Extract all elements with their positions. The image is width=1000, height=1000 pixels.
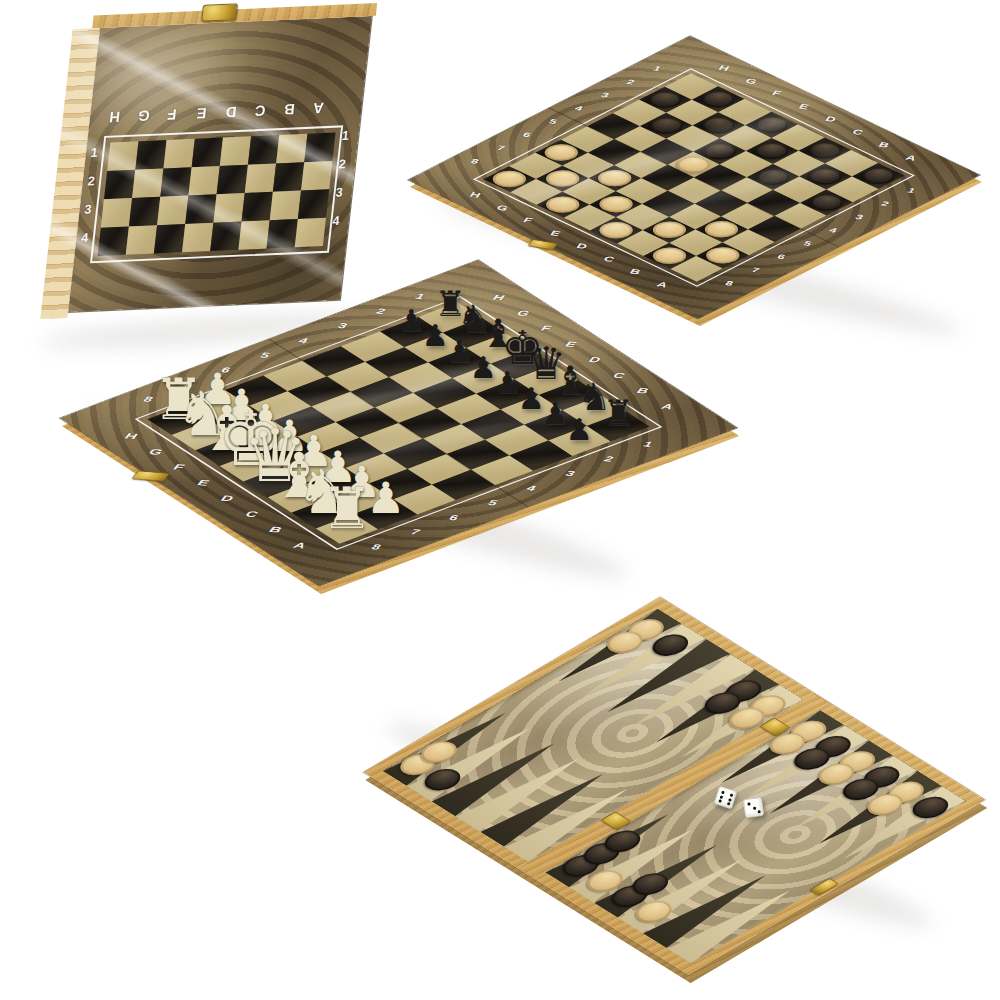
- coordinate-label: C: [850, 127, 865, 136]
- coordinate-label: 1: [651, 64, 663, 72]
- coordinate-label: A: [904, 153, 919, 162]
- black-pawn: ♟: [446, 337, 473, 367]
- coordinate-label: 1: [413, 292, 427, 301]
- coordinate-label: 7: [750, 266, 762, 274]
- coordinate-label: 2: [338, 156, 347, 171]
- board-square: [276, 134, 307, 164]
- die-pip: [721, 791, 725, 795]
- coordinate-label: D: [218, 494, 236, 503]
- board-square: [135, 140, 166, 170]
- board-square: [185, 194, 216, 224]
- board-square: [213, 193, 244, 223]
- die: [743, 797, 764, 818]
- coordinate-label: F: [770, 89, 783, 98]
- coordinate-label: B: [283, 101, 295, 118]
- board-square: [267, 219, 298, 249]
- coordinate-label: C: [601, 254, 616, 263]
- coordinate-label: 4: [573, 104, 585, 112]
- coordinate-label: B: [628, 267, 643, 276]
- coordinate-label: B: [877, 140, 892, 149]
- coordinate-label: A: [659, 402, 676, 411]
- die-pip: [720, 795, 724, 799]
- board-square: [154, 224, 185, 254]
- coordinate-label: 3: [563, 469, 577, 478]
- board-square: [163, 139, 194, 169]
- board-square: [220, 136, 251, 166]
- coordinate-label: 2: [87, 173, 96, 188]
- board-square: [295, 218, 326, 248]
- coordinate-label: 4: [80, 230, 89, 245]
- coordinate-label: F: [167, 106, 178, 123]
- board-square: [126, 225, 157, 255]
- black-pawn: ♟: [470, 353, 497, 383]
- coordinate-label: 6: [776, 253, 788, 261]
- board-square: [273, 162, 304, 192]
- coordinate-label: 5: [547, 117, 559, 125]
- coordinate-label: G: [495, 203, 510, 212]
- coordinate-label: 1: [341, 128, 350, 143]
- black-pawn: ♟: [542, 399, 569, 429]
- board-square: [192, 138, 223, 168]
- coordinate-label: 5: [486, 498, 500, 507]
- coordinate-label: D: [823, 115, 838, 124]
- coordinate-label: C: [611, 371, 628, 380]
- coordinate-label: 1: [90, 145, 99, 160]
- coordinate-label: A: [290, 541, 308, 550]
- board-square: [160, 167, 191, 197]
- coordinate-label: 3: [599, 91, 611, 99]
- coordinate-label: 6: [447, 513, 461, 522]
- coordinate-label: F: [522, 216, 535, 225]
- coordinate-label: 3: [84, 202, 93, 217]
- white-rook: ♜: [321, 480, 372, 537]
- die-pip: [718, 799, 722, 803]
- brass-clasp: [201, 3, 238, 21]
- board-square: [129, 197, 160, 227]
- die-pip: [728, 798, 732, 802]
- board-square: [101, 198, 132, 228]
- board-square: [242, 192, 273, 222]
- black-pawn: ♟: [398, 306, 425, 336]
- board-square: [210, 221, 241, 251]
- black-pawn: ♟: [518, 384, 545, 414]
- coordinate-label: 3: [335, 185, 344, 200]
- coordinate-label: G: [137, 108, 150, 125]
- coordinate-label: A: [655, 280, 670, 289]
- coordinate-label: 1: [906, 186, 918, 194]
- coordinate-label: E: [548, 229, 562, 238]
- die-pip: [747, 802, 750, 805]
- coordinate-label: D: [225, 104, 237, 121]
- coordinate-label: C: [254, 102, 266, 119]
- coordinate-label: 2: [880, 200, 892, 208]
- board-square: [107, 141, 138, 171]
- board-square: [248, 135, 279, 165]
- brass-clasp: [131, 470, 170, 481]
- coordinate-label: 2: [374, 307, 388, 316]
- coordinate-label: 2: [602, 454, 616, 463]
- board-square: [298, 189, 329, 219]
- board-square: [301, 161, 332, 191]
- coordinate-label: H: [122, 432, 140, 441]
- black-pawn: ♟: [566, 415, 593, 445]
- coordinate-label: H: [491, 293, 508, 302]
- board-square: [98, 226, 129, 256]
- coordinate-label: G: [743, 76, 758, 85]
- coordinate-label: F: [171, 463, 187, 472]
- coordinate-label: B: [266, 525, 284, 534]
- coordinate-label: C: [242, 509, 260, 518]
- board-square: [182, 223, 213, 253]
- coordinate-label: 8: [470, 157, 482, 165]
- board-square: [270, 191, 301, 221]
- coordinate-label: 4: [297, 336, 311, 345]
- black-pawn: ♟: [422, 322, 449, 352]
- coordinate-label: 4: [828, 226, 840, 234]
- board-square: [217, 165, 248, 195]
- coordinate-label: 8: [724, 279, 736, 287]
- coordinate-label: 2: [625, 78, 637, 86]
- board-square: [238, 220, 269, 250]
- coordinate-label: D: [575, 241, 590, 250]
- coordinate-label: E: [194, 478, 211, 487]
- board-square: [188, 166, 219, 196]
- closed-box-grid: [98, 133, 336, 257]
- die-pip: [757, 810, 760, 813]
- coordinate-label: 3: [854, 213, 866, 221]
- coordinate-label: 8: [370, 542, 384, 551]
- coordinate-label: 7: [495, 144, 507, 152]
- coordinate-label: H: [108, 109, 120, 126]
- board-square: [157, 196, 188, 226]
- coordinate-label: H: [468, 190, 483, 199]
- coordinate-label: D: [587, 355, 604, 364]
- closed-box-top-face: HGFEDCBA12341234: [68, 16, 372, 312]
- coordinate-label: B: [635, 386, 652, 395]
- coordinate-label: 5: [802, 239, 814, 247]
- board-square: [104, 170, 135, 200]
- coordinate-label: H: [717, 63, 732, 72]
- product-photo-stage: HGFEDCBA12341234HGFEDCBA12345678HGFEDCBA…: [0, 0, 1000, 1000]
- coordinate-label: 7: [408, 527, 422, 536]
- coordinate-label: 3: [336, 321, 350, 330]
- die-pip: [752, 806, 755, 809]
- coordinate-label: 5: [258, 351, 272, 360]
- die-pip: [730, 793, 734, 797]
- brass-clasp: [528, 239, 559, 250]
- black-rook: ♜: [603, 396, 634, 431]
- board-square: [132, 168, 163, 198]
- coordinate-label: G: [146, 447, 165, 457]
- coordinate-label: E: [196, 105, 208, 122]
- coordinate-label: 4: [332, 213, 341, 228]
- coordinate-label: 1: [641, 440, 655, 449]
- coordinate-label: A: [312, 100, 324, 117]
- coordinate-label: E: [797, 102, 811, 111]
- board-square: [304, 133, 335, 163]
- coordinate-label: 6: [521, 131, 533, 139]
- board-square: [245, 163, 276, 193]
- black-pawn: ♟: [494, 368, 521, 398]
- coordinate-label: 4: [525, 484, 539, 493]
- die-pip: [727, 802, 731, 806]
- coordinate-label: G: [514, 308, 531, 317]
